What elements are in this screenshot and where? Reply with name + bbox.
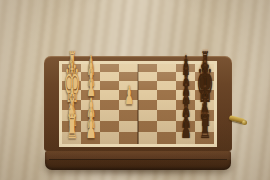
- fold-seam: [137, 64, 139, 144]
- photo-scene: ♜♟♟♜♞♟♟♞♝♟♟♝♛♟♟♛♚♟♟♚♝♟♟♝♞♟♟♞♜♟♟♜: [0, 0, 270, 180]
- vignette-overlay: [0, 0, 270, 180]
